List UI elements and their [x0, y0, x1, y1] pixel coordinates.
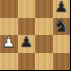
- black-pawn[interactable]: ♟: [20, 35, 33, 50]
- square-r1c1[interactable]: [0, 0, 18, 18]
- square-r4c3[interactable]: [35, 53, 53, 71]
- square-r4c1[interactable]: [0, 53, 18, 71]
- chess-board: ♟♞♟♟: [0, 0, 70, 70]
- square-r3c1[interactable]: ♟: [0, 35, 18, 53]
- black-knight[interactable]: ♞: [53, 15, 70, 34]
- square-r3c4[interactable]: [53, 35, 71, 53]
- square-r3c3[interactable]: [35, 35, 53, 53]
- square-r2c4[interactable]: ♞: [53, 18, 71, 36]
- square-r2c3[interactable]: [35, 18, 53, 36]
- white-pawn[interactable]: ♟: [2, 35, 15, 50]
- square-r1c3[interactable]: [35, 0, 53, 18]
- square-r4c4[interactable]: [53, 53, 71, 71]
- square-r1c2[interactable]: [18, 0, 36, 18]
- square-r3c2[interactable]: ♟: [18, 35, 36, 53]
- square-r4c2[interactable]: [18, 53, 36, 71]
